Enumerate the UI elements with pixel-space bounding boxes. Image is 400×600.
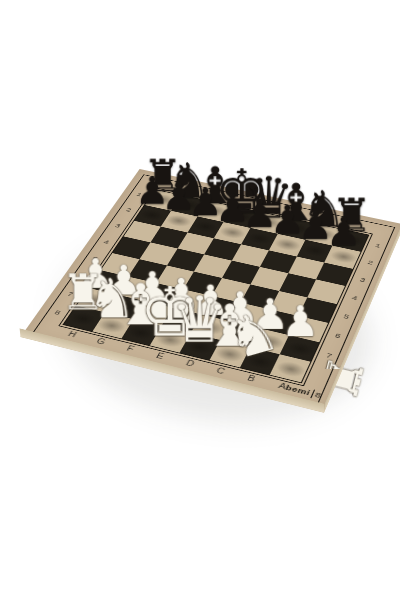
photo-stage: HGFEDCBA123456712345678 bemi 8 ♜♞♝♚♛♝♞♜♟… — [0, 0, 400, 600]
rank-label-right-4: 4 — [346, 292, 364, 304]
rank-label-right-3: 3 — [354, 274, 371, 285]
corner-rank-label: 8 — [314, 391, 322, 399]
chess-board: HGFEDCBA123456712345678 bemi 8 ♜♞♝♚♛♝♞♜♟… — [20, 169, 400, 413]
brand-divider-line — [310, 390, 315, 399]
perspective-scene: HGFEDCBA123456712345678 bemi 8 ♜♞♝♚♛♝♞♜♟… — [0, 0, 400, 600]
